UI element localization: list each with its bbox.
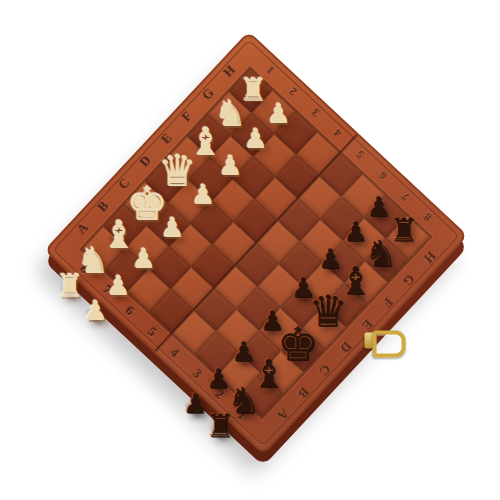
light-pawn-glyph: ♟ [267, 100, 291, 127]
light-pawn-glyph: ♟ [161, 214, 185, 241]
dark-rook-glyph: ♜ [206, 410, 235, 442]
product-photo-scene: 12345678 87654321 HGFEDCBA HGFEDCBA ♜♟♟♜… [0, 0, 500, 500]
pieces-layer: ♜♟♟♜♞♟♟♞♝♟♟♝♛♟♟♛♚♟♟♚♝♟♟♝♞♟♟♞♜♟♟♜ [82, 69, 430, 417]
dark-pawn-glyph: ♟ [367, 193, 391, 220]
light-pawn-glyph: ♟ [84, 297, 108, 324]
light-pawn-glyph: ♟ [107, 272, 131, 299]
light-pawn-glyph: ♟ [244, 125, 268, 152]
light-pawn-glyph: ♟ [191, 181, 215, 208]
chess-board: 12345678 87654321 HGFEDCBA HGFEDCBA ♜♟♟♜… [44, 31, 468, 455]
light-pawn-glyph: ♟ [219, 152, 243, 179]
light-rook-glyph: ♜ [56, 271, 85, 303]
clasp-loop [373, 330, 406, 357]
light-pawn-glyph: ♟ [132, 245, 156, 272]
brass-clasp-icon [365, 328, 401, 352]
dark-pawn-glyph: ♟ [183, 389, 207, 416]
